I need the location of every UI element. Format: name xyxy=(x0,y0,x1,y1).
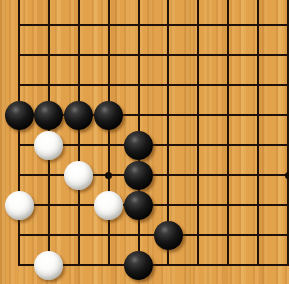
black-stone[interactable] xyxy=(154,221,183,250)
grid-line-horizontal xyxy=(18,84,289,86)
grid-line-vertical xyxy=(108,0,110,266)
hoshi-point xyxy=(105,172,112,179)
grid-line-vertical xyxy=(18,0,20,266)
grid-line-vertical xyxy=(287,0,289,266)
black-stone[interactable] xyxy=(124,161,153,190)
grid-line-horizontal xyxy=(18,24,289,26)
white-stone[interactable] xyxy=(5,191,34,220)
grid-line-horizontal xyxy=(18,204,289,206)
white-stone[interactable] xyxy=(34,131,63,160)
grid-line-vertical xyxy=(257,0,259,266)
grid-line-vertical xyxy=(78,0,80,266)
white-stone[interactable] xyxy=(34,251,63,280)
black-stone[interactable] xyxy=(124,191,153,220)
grid-line-horizontal xyxy=(18,54,289,56)
black-stone[interactable] xyxy=(64,101,93,130)
go-board[interactable] xyxy=(0,0,289,284)
hoshi-point xyxy=(285,172,290,179)
white-stone[interactable] xyxy=(94,191,123,220)
grid-line-vertical xyxy=(197,0,199,266)
black-stone[interactable] xyxy=(94,101,123,130)
grid-line-vertical xyxy=(227,0,229,266)
black-stone[interactable] xyxy=(124,251,153,280)
black-stone[interactable] xyxy=(124,131,153,160)
white-stone[interactable] xyxy=(64,161,93,190)
black-stone[interactable] xyxy=(34,101,63,130)
grid-line-horizontal xyxy=(18,174,289,176)
black-stone[interactable] xyxy=(5,101,34,130)
screenshot-stage xyxy=(0,0,289,284)
